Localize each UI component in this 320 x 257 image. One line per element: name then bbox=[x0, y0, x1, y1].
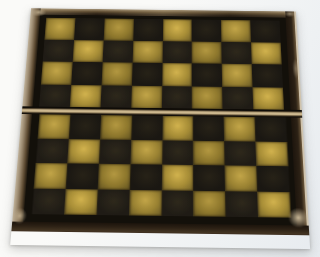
board-square[interactable] bbox=[222, 86, 253, 110]
board-square[interactable] bbox=[68, 139, 101, 164]
board-square[interactable] bbox=[130, 164, 162, 190]
board-square[interactable] bbox=[41, 61, 73, 84]
board-square[interactable] bbox=[100, 115, 132, 139]
board-square[interactable] bbox=[162, 19, 192, 41]
board-square[interactable] bbox=[69, 115, 101, 139]
board-square[interactable] bbox=[222, 42, 252, 65]
board-square[interactable] bbox=[36, 138, 69, 163]
board-square[interactable] bbox=[132, 40, 162, 63]
board-square[interactable] bbox=[162, 165, 194, 191]
board-square[interactable] bbox=[34, 163, 67, 189]
board-square[interactable] bbox=[131, 115, 162, 139]
board-square[interactable] bbox=[162, 116, 193, 140]
board-square[interactable] bbox=[252, 64, 283, 87]
board-square[interactable] bbox=[226, 191, 259, 217]
board-upper-half bbox=[39, 18, 284, 111]
board-field bbox=[23, 15, 297, 226]
board-square[interactable] bbox=[194, 165, 226, 191]
board-square[interactable] bbox=[161, 86, 192, 110]
board-square[interactable] bbox=[102, 40, 133, 63]
board-square[interactable] bbox=[257, 166, 290, 192]
board-square[interactable] bbox=[192, 63, 222, 86]
board-square[interactable] bbox=[251, 42, 282, 65]
board-square[interactable] bbox=[71, 62, 102, 85]
board-square[interactable] bbox=[74, 18, 105, 40]
board-square[interactable] bbox=[99, 139, 131, 164]
board-square[interactable] bbox=[224, 117, 256, 141]
board-square[interactable] bbox=[162, 41, 192, 64]
board-square[interactable] bbox=[129, 189, 162, 215]
board-square[interactable] bbox=[258, 191, 291, 217]
board-square[interactable] bbox=[132, 63, 163, 86]
board-square[interactable] bbox=[44, 18, 75, 40]
board-square[interactable] bbox=[97, 189, 130, 215]
board-square[interactable] bbox=[222, 64, 253, 87]
board-square[interactable] bbox=[131, 140, 163, 165]
game-board bbox=[10, 8, 310, 249]
board-square[interactable] bbox=[64, 189, 98, 215]
board-square[interactable] bbox=[255, 117, 287, 141]
board-square[interactable] bbox=[162, 140, 194, 165]
board-square[interactable] bbox=[221, 20, 251, 42]
board-square[interactable] bbox=[194, 116, 225, 140]
board-square[interactable] bbox=[100, 85, 131, 109]
board-square[interactable] bbox=[250, 20, 280, 42]
board-square[interactable] bbox=[194, 140, 226, 165]
board-square[interactable] bbox=[225, 141, 257, 166]
board-square[interactable] bbox=[70, 85, 102, 109]
board-square[interactable] bbox=[38, 114, 71, 138]
board-square[interactable] bbox=[131, 85, 162, 109]
board-square[interactable] bbox=[225, 165, 257, 191]
board-square[interactable] bbox=[192, 41, 222, 64]
board-square[interactable] bbox=[253, 87, 284, 111]
board-square[interactable] bbox=[192, 86, 223, 110]
board-square[interactable] bbox=[73, 40, 104, 63]
board-square[interactable] bbox=[32, 188, 66, 214]
board-square[interactable] bbox=[192, 20, 222, 42]
board-square[interactable] bbox=[133, 19, 163, 41]
board-square[interactable] bbox=[162, 63, 192, 86]
board-square[interactable] bbox=[39, 84, 71, 108]
board-lower-half bbox=[32, 114, 291, 217]
board-face bbox=[11, 8, 309, 235]
board-side-edge bbox=[10, 230, 310, 249]
board-square[interactable] bbox=[103, 18, 133, 40]
board-square[interactable] bbox=[194, 190, 226, 216]
photo-background bbox=[0, 0, 320, 257]
board-square[interactable] bbox=[98, 164, 131, 190]
board-square[interactable] bbox=[66, 163, 99, 189]
board-square[interactable] bbox=[256, 141, 288, 166]
board-square[interactable] bbox=[101, 62, 132, 85]
board-square[interactable] bbox=[161, 190, 193, 216]
board-square[interactable] bbox=[43, 39, 74, 62]
